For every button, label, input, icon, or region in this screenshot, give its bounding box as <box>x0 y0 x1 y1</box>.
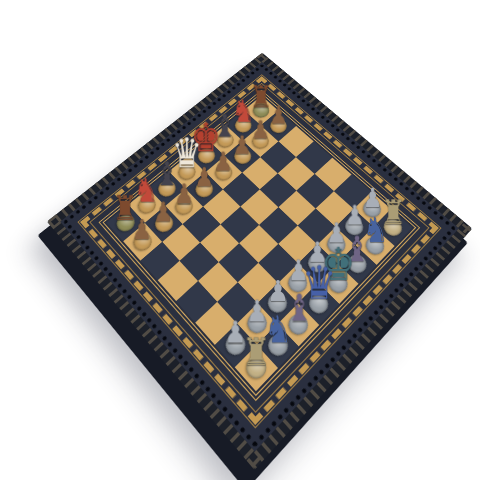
scene: ♜♟♟♜♞♟♟♞♝♟♟♝♚♟♟♚♛♟♟♛♝♟♟♝♞♟♟♞♜♟♟♜ <box>16 0 467 480</box>
board-grid: ♜♟♟♜♞♟♟♞♝♟♟♝♚♟♟♚♛♟♟♛♝♟♟♝♞♟♟♞♜♟♟♜ <box>106 96 412 391</box>
camera-stretch: ♜♟♟♜♞♟♟♞♝♟♟♝♚♟♟♚♛♟♟♛♝♟♟♝♞♟♟♞♜♟♟♜ <box>16 0 467 480</box>
piece-black-rook-a8[interactable]: ♜ <box>225 332 288 370</box>
scene-caption: Decorative medieval figurine chess set o… <box>0 0 1 1</box>
piece-white-pawn-a2[interactable]: ♟ <box>114 216 171 244</box>
square-a8[interactable]: ♜ <box>235 345 278 391</box>
product-photo: Decorative medieval figurine chess set o… <box>0 0 480 480</box>
square-a2[interactable]: ♟ <box>123 223 162 260</box>
chess-board: ♜♟♟♜♞♟♟♞♝♟♟♝♚♟♟♚♛♟♟♛♝♟♟♝♞♟♟♞♜♟♟♜ <box>47 53 472 470</box>
